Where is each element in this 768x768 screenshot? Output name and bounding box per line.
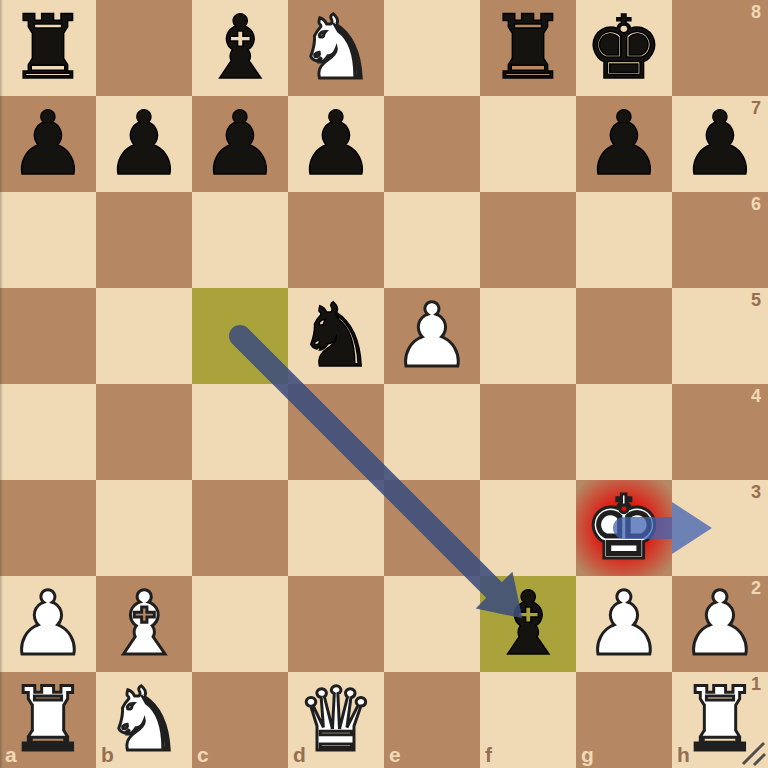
chess-board: ♜♝♞♜♚8♟♟♟♟♟♟76♞♟54♚3♟♝♝♟♟2♜a♞bc♛defg♜1h [0, 0, 768, 768]
square-a5[interactable] [0, 288, 96, 384]
piece-white-knight[interactable]: ♞ [96, 672, 192, 768]
square-g8[interactable]: ♚ [576, 0, 672, 96]
piece-black-pawn[interactable]: ♟ [96, 96, 192, 192]
square-b4[interactable] [96, 384, 192, 480]
square-h7[interactable]: ♟7 [672, 96, 768, 192]
square-e1[interactable]: e [384, 672, 480, 768]
square-f5[interactable] [480, 288, 576, 384]
square-d8[interactable]: ♞ [288, 0, 384, 96]
square-e3[interactable] [384, 480, 480, 576]
square-e6[interactable] [384, 192, 480, 288]
square-f1[interactable]: f [480, 672, 576, 768]
piece-black-rook[interactable]: ♜ [0, 0, 96, 96]
square-d6[interactable] [288, 192, 384, 288]
square-a7[interactable]: ♟ [0, 96, 96, 192]
square-c2[interactable] [192, 576, 288, 672]
piece-black-pawn[interactable]: ♟ [0, 96, 96, 192]
square-c8[interactable]: ♝ [192, 0, 288, 96]
square-d4[interactable] [288, 384, 384, 480]
square-b7[interactable]: ♟ [96, 96, 192, 192]
rank-label-8: 8 [751, 2, 761, 23]
square-h5[interactable]: 5 [672, 288, 768, 384]
square-e4[interactable] [384, 384, 480, 480]
square-f7[interactable] [480, 96, 576, 192]
square-d1[interactable]: ♛d [288, 672, 384, 768]
piece-white-pawn[interactable]: ♟ [576, 576, 672, 672]
square-g7[interactable]: ♟ [576, 96, 672, 192]
square-d2[interactable] [288, 576, 384, 672]
file-label-g: g [581, 743, 594, 767]
square-d7[interactable]: ♟ [288, 96, 384, 192]
square-c7[interactable]: ♟ [192, 96, 288, 192]
piece-black-bishop[interactable]: ♝ [480, 576, 576, 672]
rank-label-4: 4 [751, 386, 761, 407]
square-a6[interactable] [0, 192, 96, 288]
square-g3[interactable]: ♚ [576, 480, 672, 576]
piece-black-pawn[interactable]: ♟ [192, 96, 288, 192]
square-g1[interactable]: g [576, 672, 672, 768]
square-b8[interactable] [96, 0, 192, 96]
piece-white-knight[interactable]: ♞ [288, 0, 384, 96]
square-f4[interactable] [480, 384, 576, 480]
square-g5[interactable] [576, 288, 672, 384]
piece-black-pawn[interactable]: ♟ [576, 96, 672, 192]
piece-black-pawn[interactable]: ♟ [672, 96, 768, 192]
resize-handle-icon[interactable] [739, 739, 767, 767]
square-b2[interactable]: ♝ [96, 576, 192, 672]
square-f6[interactable] [480, 192, 576, 288]
rank-label-5: 5 [751, 290, 761, 311]
piece-white-pawn[interactable]: ♟ [384, 288, 480, 384]
square-g6[interactable] [576, 192, 672, 288]
square-h2[interactable]: ♟2 [672, 576, 768, 672]
piece-white-pawn[interactable]: ♟ [672, 576, 768, 672]
square-f2[interactable]: ♝ [480, 576, 576, 672]
square-b5[interactable] [96, 288, 192, 384]
square-e2[interactable] [384, 576, 480, 672]
file-label-e: e [389, 743, 401, 767]
piece-white-queen[interactable]: ♛ [288, 672, 384, 768]
file-label-c: c [197, 743, 209, 767]
square-d3[interactable] [288, 480, 384, 576]
square-c3[interactable] [192, 480, 288, 576]
file-label-f: f [485, 743, 492, 767]
square-f8[interactable]: ♜ [480, 0, 576, 96]
piece-white-pawn[interactable]: ♟ [0, 576, 96, 672]
square-e7[interactable] [384, 96, 480, 192]
square-d5[interactable]: ♞ [288, 288, 384, 384]
rank-label-3: 3 [751, 482, 761, 503]
square-c6[interactable] [192, 192, 288, 288]
piece-white-king[interactable]: ♚ [576, 480, 672, 576]
piece-black-knight[interactable]: ♞ [288, 288, 384, 384]
square-b6[interactable] [96, 192, 192, 288]
square-h8[interactable]: 8 [672, 0, 768, 96]
square-g4[interactable] [576, 384, 672, 480]
square-e8[interactable] [384, 0, 480, 96]
square-h3[interactable]: 3 [672, 480, 768, 576]
square-a1[interactable]: ♜a [0, 672, 96, 768]
square-b1[interactable]: ♞b [96, 672, 192, 768]
square-c1[interactable]: c [192, 672, 288, 768]
piece-black-king[interactable]: ♚ [576, 0, 672, 96]
rank-label-6: 6 [751, 194, 761, 215]
square-a4[interactable] [0, 384, 96, 480]
square-g2[interactable]: ♟ [576, 576, 672, 672]
square-c4[interactable] [192, 384, 288, 480]
square-f3[interactable] [480, 480, 576, 576]
square-b3[interactable] [96, 480, 192, 576]
square-e5[interactable]: ♟ [384, 288, 480, 384]
square-a2[interactable]: ♟ [0, 576, 96, 672]
piece-white-rook[interactable]: ♜ [0, 672, 96, 768]
square-c5[interactable] [192, 288, 288, 384]
square-h4[interactable]: 4 [672, 384, 768, 480]
square-a3[interactable] [0, 480, 96, 576]
square-a8[interactable]: ♜ [0, 0, 96, 96]
piece-black-rook[interactable]: ♜ [480, 0, 576, 96]
piece-black-pawn[interactable]: ♟ [288, 96, 384, 192]
piece-black-bishop[interactable]: ♝ [192, 0, 288, 96]
piece-white-bishop[interactable]: ♝ [96, 576, 192, 672]
square-h6[interactable]: 6 [672, 192, 768, 288]
